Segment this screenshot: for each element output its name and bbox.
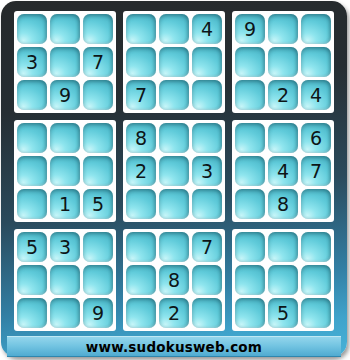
cell-r2c2[interactable] <box>50 47 80 77</box>
box-7: 539 <box>14 229 116 331</box>
box-8: 782 <box>123 229 225 331</box>
cell-r9c8[interactable]: 5 <box>268 298 298 328</box>
box-1: 379 <box>14 11 116 113</box>
cell-r6c7[interactable] <box>235 189 265 219</box>
cell-r4c1[interactable] <box>17 123 47 153</box>
cell-r8c1[interactable] <box>17 265 47 295</box>
cell-r8c9[interactable] <box>301 265 331 295</box>
cell-r8c5[interactable]: 8 <box>159 265 189 295</box>
cell-r7c6[interactable]: 7 <box>192 232 222 262</box>
cell-r6c4[interactable] <box>126 189 156 219</box>
cell-r7c4[interactable] <box>126 232 156 262</box>
box-6: 6478 <box>232 120 334 222</box>
cell-r2c3[interactable]: 7 <box>83 47 113 77</box>
cell-r7c7[interactable] <box>235 232 265 262</box>
cell-r8c7[interactable] <box>235 265 265 295</box>
cell-r4c3[interactable] <box>83 123 113 153</box>
cell-r7c5[interactable] <box>159 232 189 262</box>
box-3: 924 <box>232 11 334 113</box>
cell-r1c5[interactable] <box>159 14 189 44</box>
box-2: 47 <box>123 11 225 113</box>
website-url[interactable]: www.sudokusweb.com <box>86 339 262 355</box>
cell-r5c9[interactable]: 7 <box>301 156 331 186</box>
cell-r5c8[interactable]: 4 <box>268 156 298 186</box>
cell-r3c9[interactable]: 4 <box>301 80 331 110</box>
cell-r9c1[interactable] <box>17 298 47 328</box>
cell-r8c6[interactable] <box>192 265 222 295</box>
box-9: 5 <box>232 229 334 331</box>
cell-r2c1[interactable]: 3 <box>17 47 47 77</box>
cell-r3c4[interactable]: 7 <box>126 80 156 110</box>
sudoku-grid: 379479241582364785397825 <box>14 11 334 331</box>
cell-r3c2[interactable]: 9 <box>50 80 80 110</box>
cell-r4c9[interactable]: 6 <box>301 123 331 153</box>
footer-bar: www.sudokusweb.com <box>7 336 341 357</box>
cell-r7c3[interactable] <box>83 232 113 262</box>
cell-r3c7[interactable] <box>235 80 265 110</box>
box-5: 823 <box>123 120 225 222</box>
cell-r9c7[interactable] <box>235 298 265 328</box>
cell-r5c6[interactable]: 3 <box>192 156 222 186</box>
cell-r6c5[interactable] <box>159 189 189 219</box>
cell-r3c5[interactable] <box>159 80 189 110</box>
cell-r2c9[interactable] <box>301 47 331 77</box>
cell-r9c6[interactable] <box>192 298 222 328</box>
cell-r1c6[interactable]: 4 <box>192 14 222 44</box>
cell-r6c3[interactable]: 5 <box>83 189 113 219</box>
cell-r3c1[interactable] <box>17 80 47 110</box>
cell-r5c3[interactable] <box>83 156 113 186</box>
cell-r1c2[interactable] <box>50 14 80 44</box>
cell-r7c1[interactable]: 5 <box>17 232 47 262</box>
page: 379479241582364785397825 www.sudokusweb.… <box>0 0 350 360</box>
cell-r4c8[interactable] <box>268 123 298 153</box>
cell-r7c9[interactable] <box>301 232 331 262</box>
cell-r7c2[interactable]: 3 <box>50 232 80 262</box>
cell-r1c9[interactable] <box>301 14 331 44</box>
cell-r6c1[interactable] <box>17 189 47 219</box>
cell-r6c8[interactable]: 8 <box>268 189 298 219</box>
cell-r1c1[interactable] <box>17 14 47 44</box>
cell-r4c5[interactable] <box>159 123 189 153</box>
cell-r2c4[interactable] <box>126 47 156 77</box>
cell-r5c7[interactable] <box>235 156 265 186</box>
cell-r2c6[interactable] <box>192 47 222 77</box>
cell-r9c3[interactable]: 9 <box>83 298 113 328</box>
cell-r1c7[interactable]: 9 <box>235 14 265 44</box>
cell-r9c2[interactable] <box>50 298 80 328</box>
cell-r2c5[interactable] <box>159 47 189 77</box>
cell-r6c2[interactable]: 1 <box>50 189 80 219</box>
cell-r1c4[interactable] <box>126 14 156 44</box>
cell-r5c4[interactable]: 2 <box>126 156 156 186</box>
cell-r4c2[interactable] <box>50 123 80 153</box>
cell-r4c7[interactable] <box>235 123 265 153</box>
cell-r6c6[interactable] <box>192 189 222 219</box>
cell-r7c8[interactable] <box>268 232 298 262</box>
cell-r2c8[interactable] <box>268 47 298 77</box>
cell-r8c8[interactable] <box>268 265 298 295</box>
cell-r5c5[interactable] <box>159 156 189 186</box>
cell-r5c1[interactable] <box>17 156 47 186</box>
box-4: 15 <box>14 120 116 222</box>
cell-r4c6[interactable] <box>192 123 222 153</box>
cell-r3c8[interactable]: 2 <box>268 80 298 110</box>
cell-r3c6[interactable] <box>192 80 222 110</box>
cell-r1c3[interactable] <box>83 14 113 44</box>
cell-r9c5[interactable]: 2 <box>159 298 189 328</box>
cell-r6c9[interactable] <box>301 189 331 219</box>
sudoku-board: 379479241582364785397825 www.sudokusweb.… <box>1 1 347 357</box>
cell-r9c4[interactable] <box>126 298 156 328</box>
cell-r1c8[interactable] <box>268 14 298 44</box>
cell-r4c4[interactable]: 8 <box>126 123 156 153</box>
cell-r3c3[interactable] <box>83 80 113 110</box>
cell-r8c3[interactable] <box>83 265 113 295</box>
cell-r2c7[interactable] <box>235 47 265 77</box>
cell-r5c2[interactable] <box>50 156 80 186</box>
cell-r8c4[interactable] <box>126 265 156 295</box>
cell-r9c9[interactable] <box>301 298 331 328</box>
cell-r8c2[interactable] <box>50 265 80 295</box>
